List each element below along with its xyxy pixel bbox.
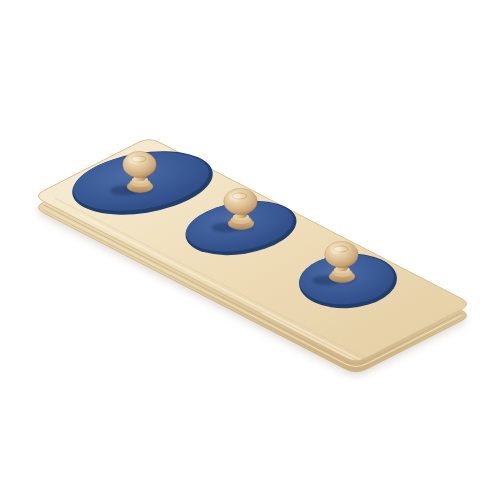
knob-highlight <box>330 246 342 254</box>
knob-head <box>224 188 258 214</box>
knob-head <box>325 241 359 267</box>
knob-highlight <box>229 193 241 201</box>
knob-head <box>123 151 157 177</box>
product-photo-canvas <box>0 0 500 500</box>
montessori-circle-puzzle-photo <box>0 0 500 500</box>
knob-highlight <box>128 156 140 164</box>
